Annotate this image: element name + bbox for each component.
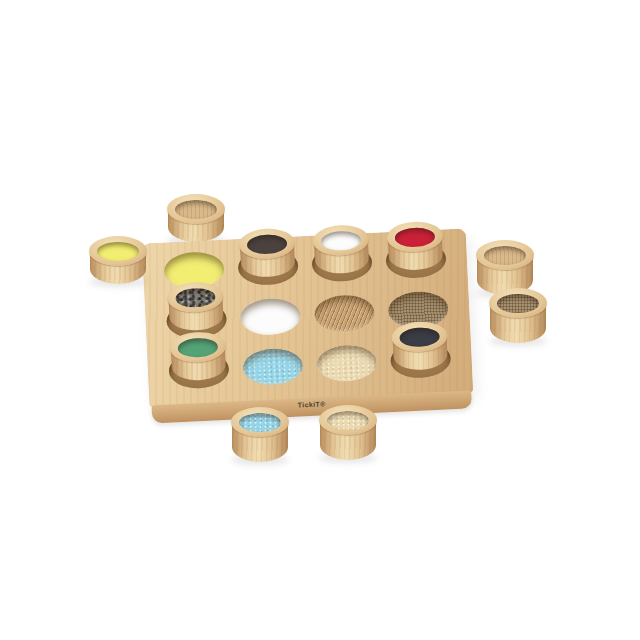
cup-texture-insert (175, 200, 217, 219)
board-cell-r3c4[interactable] (383, 333, 459, 386)
board-recess (316, 344, 378, 383)
cup-texture-insert (497, 294, 539, 313)
cup-texture-insert (239, 413, 281, 432)
sensory-board: TickiT® (142, 228, 474, 425)
loose-cup-right-lower[interactable] (489, 288, 547, 343)
cup-texture-insert (97, 242, 139, 261)
loose-cup-bottom-left[interactable] (231, 407, 289, 462)
loose-cup-bottom-right[interactable] (319, 405, 377, 460)
board-cell-r2c3[interactable] (306, 287, 382, 340)
board-cell-r1c2[interactable] (230, 240, 306, 293)
board-cup[interactable] (386, 221, 444, 272)
board-cup[interactable] (312, 224, 370, 275)
board-cell-r1c3[interactable] (304, 237, 380, 290)
board-cup[interactable] (167, 281, 225, 332)
board-cell-r3c2[interactable] (235, 340, 311, 393)
board-cup[interactable] (391, 320, 449, 371)
loose-cup-left[interactable] (89, 236, 147, 284)
loose-cup-top[interactable] (167, 194, 225, 242)
board-grid (142, 228, 473, 407)
board-recess (314, 294, 376, 333)
cup-texture-insert (484, 246, 526, 265)
board-cup[interactable] (169, 331, 227, 382)
product-scene: TickiT® (0, 0, 640, 640)
board-cell-r2c2[interactable] (232, 290, 308, 343)
board-cup[interactable] (238, 228, 296, 279)
board-cell-r3c1[interactable] (161, 343, 237, 396)
cup-texture-insert (327, 411, 369, 430)
loose-cup-right-upper[interactable] (476, 240, 534, 295)
board-recess (240, 297, 302, 336)
board-cell-r1c4[interactable] (378, 233, 454, 286)
board-recess (242, 347, 304, 386)
board-cell-r3c3[interactable] (309, 336, 385, 389)
